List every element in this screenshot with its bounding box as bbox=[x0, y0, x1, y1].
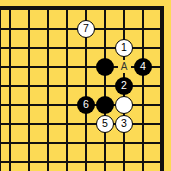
stone-black-R15-move-2: 2 bbox=[115, 77, 133, 95]
grid-line-horizontal bbox=[0, 47, 161, 49]
grid-line-horizontal bbox=[0, 142, 161, 144]
point-label-A: A bbox=[118, 60, 131, 73]
stone-white-R17-move-1: 1 bbox=[115, 39, 133, 57]
grid-line-vertical bbox=[28, 6, 30, 171]
grid-line-vertical bbox=[47, 6, 49, 171]
stone-black-Q16 bbox=[96, 58, 114, 76]
grid-line-horizontal bbox=[0, 85, 161, 87]
board-edge-top bbox=[0, 6, 164, 10]
board-edge-right bbox=[160, 6, 164, 171]
stone-white-R14 bbox=[115, 96, 133, 114]
grid-line-vertical bbox=[104, 6, 106, 171]
grid-line-horizontal bbox=[0, 123, 161, 125]
grid-line-vertical bbox=[142, 6, 144, 171]
stone-white-P18-move-7: 7 bbox=[77, 20, 95, 38]
stone-white-Q13-move-5: 5 bbox=[96, 115, 114, 133]
stone-black-P14-move-6: 6 bbox=[77, 96, 95, 114]
grid-line-vertical-edge bbox=[0, 6, 1, 171]
stone-black-Q14 bbox=[96, 96, 114, 114]
stone-white-R13-move-3: 3 bbox=[115, 115, 133, 133]
grid-line-vertical bbox=[9, 6, 11, 171]
grid-line-horizontal bbox=[0, 161, 161, 163]
stone-black-S16-move-4: 4 bbox=[134, 58, 152, 76]
grid-line-vertical bbox=[66, 6, 68, 171]
go-board: A1234567 bbox=[0, 0, 171, 171]
